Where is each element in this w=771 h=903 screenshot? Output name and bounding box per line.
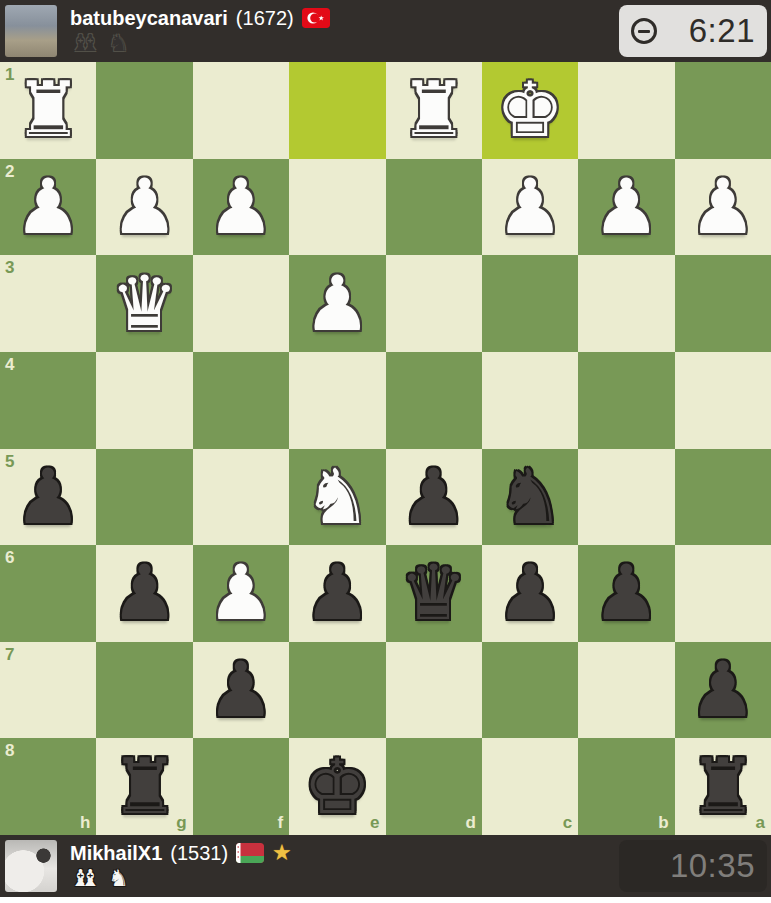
square-b8[interactable]: b — [578, 738, 674, 835]
square-d6[interactable]: ♛ — [386, 545, 482, 642]
turkey-flag-icon — [302, 8, 330, 28]
white-pawn: ♟ — [289, 255, 385, 352]
rank-label-4: 4 — [5, 355, 14, 375]
square-b1[interactable] — [578, 62, 674, 159]
file-label-c: c — [563, 813, 572, 833]
square-a7[interactable]: ♟ — [675, 642, 771, 739]
chess-game-screen: batubeycanavari (1672) ♝♝♞ 6:21 1♜♜♚2♟♟♟… — [0, 0, 771, 903]
file-label-d: d — [465, 813, 475, 833]
square-h1[interactable]: 1♜ — [0, 62, 96, 159]
square-c1[interactable]: ♚ — [482, 62, 578, 159]
square-d7[interactable] — [386, 642, 482, 739]
belarus-flag-icon — [236, 843, 264, 863]
square-a1[interactable] — [675, 62, 771, 159]
square-d1[interactable]: ♜ — [386, 62, 482, 159]
white-pawn: ♟ — [0, 159, 96, 256]
captured-knight-icon: ♞ — [108, 32, 129, 55]
square-f5[interactable] — [193, 449, 289, 546]
bottom-player-time: 10:35 — [670, 847, 755, 885]
black-pawn: ♟ — [193, 642, 289, 739]
square-c6[interactable]: ♟ — [482, 545, 578, 642]
square-g5[interactable] — [96, 449, 192, 546]
white-pawn: ♟ — [193, 159, 289, 256]
bottom-player-bar: MikhailX1 (1531) ★ ♝♝♞ 10:35 — [0, 835, 771, 897]
square-h3[interactable]: 3 — [0, 255, 96, 352]
star-icon: ★ — [272, 843, 292, 863]
captured-knight-icon: ♞ — [108, 867, 129, 890]
circle-minus-icon — [631, 18, 657, 44]
square-e2[interactable] — [289, 159, 385, 256]
square-f8[interactable]: f — [193, 738, 289, 835]
square-a2[interactable]: ♟ — [675, 159, 771, 256]
square-g8[interactable]: g♜ — [96, 738, 192, 835]
bottom-player-name[interactable]: MikhailX1 — [70, 842, 162, 864]
bottom-player-clock: 10:35 — [619, 840, 767, 892]
square-h8[interactable]: 8h — [0, 738, 96, 835]
white-rook: ♜ — [386, 62, 482, 159]
square-g7[interactable] — [96, 642, 192, 739]
square-c4[interactable] — [482, 352, 578, 449]
square-f1[interactable] — [193, 62, 289, 159]
bottom-player-rating: (1531) — [170, 842, 228, 864]
bottom-player-avatar[interactable] — [5, 840, 57, 892]
bottom-player-captured-pieces: ♝♝♞ — [70, 866, 292, 890]
square-e4[interactable] — [289, 352, 385, 449]
square-g3[interactable]: ♛ — [96, 255, 192, 352]
black-rook: ♜ — [675, 738, 771, 835]
square-e8[interactable]: e♚ — [289, 738, 385, 835]
square-e5[interactable]: ♞ — [289, 449, 385, 546]
top-player-rating: (1672) — [236, 7, 294, 29]
black-knight: ♞ — [482, 449, 578, 546]
top-player-avatar[interactable] — [5, 5, 57, 57]
black-pawn: ♟ — [578, 545, 674, 642]
top-player-info: batubeycanavari (1672) ♝♝♞ — [70, 7, 330, 55]
black-pawn: ♟ — [96, 545, 192, 642]
square-d8[interactable]: d — [386, 738, 482, 835]
square-a3[interactable] — [675, 255, 771, 352]
white-pawn: ♟ — [193, 545, 289, 642]
captured-bishop-icon: ♝ — [80, 32, 101, 55]
square-e7[interactable] — [289, 642, 385, 739]
square-b6[interactable]: ♟ — [578, 545, 674, 642]
bottom-player-info: MikhailX1 (1531) ★ ♝♝♞ — [70, 842, 292, 890]
black-pawn: ♟ — [289, 545, 385, 642]
square-g4[interactable] — [96, 352, 192, 449]
top-player-clock: 6:21 — [619, 5, 767, 57]
square-a5[interactable] — [675, 449, 771, 546]
square-c5[interactable]: ♞ — [482, 449, 578, 546]
square-h4[interactable]: 4 — [0, 352, 96, 449]
black-pawn: ♟ — [675, 642, 771, 739]
square-g2[interactable]: ♟ — [96, 159, 192, 256]
square-a6[interactable] — [675, 545, 771, 642]
square-b4[interactable] — [578, 352, 674, 449]
square-c8[interactable]: c — [482, 738, 578, 835]
square-h7[interactable]: 7 — [0, 642, 96, 739]
square-g6[interactable]: ♟ — [96, 545, 192, 642]
square-f6[interactable]: ♟ — [193, 545, 289, 642]
chess-board: 1♜♜♚2♟♟♟♟♟♟3♛♟45♟♞♟♞6♟♟♟♛♟♟7♟♟8hg♜fe♚dcb… — [0, 62, 771, 835]
white-pawn: ♟ — [482, 159, 578, 256]
square-b3[interactable] — [578, 255, 674, 352]
square-c7[interactable] — [482, 642, 578, 739]
square-a8[interactable]: a♜ — [675, 738, 771, 835]
square-d3[interactable] — [386, 255, 482, 352]
square-f4[interactable] — [193, 352, 289, 449]
top-player-name[interactable]: batubeycanavari — [70, 7, 228, 29]
top-player-bar: batubeycanavari (1672) ♝♝♞ 6:21 — [0, 0, 771, 62]
file-label-f: f — [277, 813, 283, 833]
file-label-h: h — [80, 813, 90, 833]
white-pawn: ♟ — [578, 159, 674, 256]
rank-label-7: 7 — [5, 645, 14, 665]
square-a4[interactable] — [675, 352, 771, 449]
black-pawn: ♟ — [482, 545, 578, 642]
black-pawn: ♟ — [0, 449, 96, 546]
square-f2[interactable]: ♟ — [193, 159, 289, 256]
captured-bishop-icon: ♝ — [80, 867, 101, 890]
square-e3[interactable]: ♟ — [289, 255, 385, 352]
bottom-white-strip — [0, 897, 771, 903]
white-knight: ♞ — [289, 449, 385, 546]
square-d5[interactable]: ♟ — [386, 449, 482, 546]
square-b2[interactable]: ♟ — [578, 159, 674, 256]
rank-label-6: 6 — [5, 548, 14, 568]
white-king: ♚ — [482, 62, 578, 159]
square-b5[interactable] — [578, 449, 674, 546]
square-b7[interactable] — [578, 642, 674, 739]
top-player-captured-pieces: ♝♝♞ — [70, 31, 330, 55]
square-d2[interactable] — [386, 159, 482, 256]
square-g1[interactable] — [96, 62, 192, 159]
square-h2[interactable]: 2♟ — [0, 159, 96, 256]
white-pawn: ♟ — [96, 159, 192, 256]
square-d4[interactable] — [386, 352, 482, 449]
white-queen: ♛ — [96, 255, 192, 352]
square-h5[interactable]: 5♟ — [0, 449, 96, 546]
black-queen: ♛ — [386, 545, 482, 642]
rank-label-3: 3 — [5, 258, 14, 278]
file-label-b: b — [658, 813, 668, 833]
square-h6[interactable]: 6 — [0, 545, 96, 642]
top-player-time: 6:21 — [689, 12, 755, 50]
square-e1[interactable] — [289, 62, 385, 159]
square-c3[interactable] — [482, 255, 578, 352]
white-rook: ♜ — [0, 62, 96, 159]
square-f3[interactable] — [193, 255, 289, 352]
white-pawn: ♟ — [675, 159, 771, 256]
black-pawn: ♟ — [386, 449, 482, 546]
rank-label-8: 8 — [5, 741, 14, 761]
square-f7[interactable]: ♟ — [193, 642, 289, 739]
black-king: ♚ — [289, 738, 385, 835]
square-e6[interactable]: ♟ — [289, 545, 385, 642]
black-rook: ♜ — [96, 738, 192, 835]
square-c2[interactable]: ♟ — [482, 159, 578, 256]
